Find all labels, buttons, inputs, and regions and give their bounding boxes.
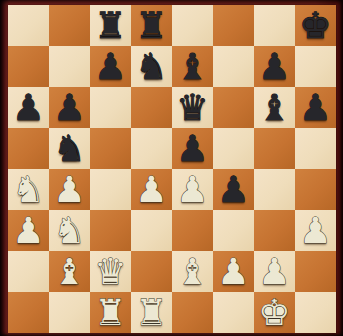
black-pawn-piece[interactable]: ♟ <box>8 87 49 128</box>
square-h8[interactable]: ♚ <box>295 5 336 46</box>
square-a8[interactable] <box>8 5 49 46</box>
black-pawn-piece[interactable]: ♟ <box>172 128 213 169</box>
square-d4[interactable]: ♟ <box>131 169 172 210</box>
square-d1[interactable]: ♜ <box>131 292 172 333</box>
square-f8[interactable] <box>213 5 254 46</box>
black-pawn-piece[interactable]: ♟ <box>254 46 295 87</box>
square-d6[interactable] <box>131 87 172 128</box>
square-a2[interactable] <box>8 251 49 292</box>
white-knight-piece[interactable]: ♞ <box>49 210 90 251</box>
square-a4[interactable]: ♞ <box>8 169 49 210</box>
white-rook-piece[interactable]: ♜ <box>90 292 131 333</box>
square-f5[interactable] <box>213 128 254 169</box>
square-b1[interactable] <box>49 292 90 333</box>
chess-board: ♜♜♚♟♞♝♟♟♟♛♝♟♞♟♞♟♟♟♟♟♞♟♝♛♝♟♟♜♜♚ <box>8 5 336 333</box>
white-knight-piece[interactable]: ♞ <box>8 169 49 210</box>
square-h5[interactable] <box>295 128 336 169</box>
square-f4[interactable]: ♟ <box>213 169 254 210</box>
square-g4[interactable] <box>254 169 295 210</box>
square-d8[interactable]: ♜ <box>131 5 172 46</box>
square-g7[interactable]: ♟ <box>254 46 295 87</box>
square-e8[interactable] <box>172 5 213 46</box>
square-h6[interactable]: ♟ <box>295 87 336 128</box>
square-b8[interactable] <box>49 5 90 46</box>
black-pawn-piece[interactable]: ♟ <box>90 46 131 87</box>
white-pawn-piece[interactable]: ♟ <box>295 210 336 251</box>
white-bishop-piece[interactable]: ♝ <box>49 251 90 292</box>
square-f1[interactable] <box>213 292 254 333</box>
white-king-piece[interactable]: ♚ <box>254 292 295 333</box>
square-f6[interactable] <box>213 87 254 128</box>
white-queen-piece[interactable]: ♛ <box>90 251 131 292</box>
white-pawn-piece[interactable]: ♟ <box>254 251 295 292</box>
black-king-piece[interactable]: ♚ <box>295 5 336 46</box>
board-frame: ♜♜♚♟♞♝♟♟♟♛♝♟♞♟♞♟♟♟♟♟♞♟♝♛♝♟♟♜♜♚ <box>0 0 343 336</box>
square-a5[interactable] <box>8 128 49 169</box>
black-bishop-piece[interactable]: ♝ <box>254 87 295 128</box>
square-c1[interactable]: ♜ <box>90 292 131 333</box>
black-pawn-piece[interactable]: ♟ <box>213 169 254 210</box>
black-queen-piece[interactable]: ♛ <box>172 87 213 128</box>
square-a7[interactable] <box>8 46 49 87</box>
square-e1[interactable] <box>172 292 213 333</box>
square-g6[interactable]: ♝ <box>254 87 295 128</box>
square-e3[interactable] <box>172 210 213 251</box>
white-pawn-piece[interactable]: ♟ <box>213 251 254 292</box>
black-knight-piece[interactable]: ♞ <box>131 46 172 87</box>
black-rook-piece[interactable]: ♜ <box>90 5 131 46</box>
black-pawn-piece[interactable]: ♟ <box>49 87 90 128</box>
black-rook-piece[interactable]: ♜ <box>131 5 172 46</box>
square-c3[interactable] <box>90 210 131 251</box>
white-pawn-piece[interactable]: ♟ <box>49 169 90 210</box>
square-d5[interactable] <box>131 128 172 169</box>
black-pawn-piece[interactable]: ♟ <box>295 87 336 128</box>
square-a1[interactable] <box>8 292 49 333</box>
square-g8[interactable] <box>254 5 295 46</box>
square-e7[interactable]: ♝ <box>172 46 213 87</box>
square-c6[interactable] <box>90 87 131 128</box>
square-a3[interactable]: ♟ <box>8 210 49 251</box>
square-d2[interactable] <box>131 251 172 292</box>
square-h3[interactable]: ♟ <box>295 210 336 251</box>
square-c5[interactable] <box>90 128 131 169</box>
white-rook-piece[interactable]: ♜ <box>131 292 172 333</box>
black-knight-piece[interactable]: ♞ <box>49 128 90 169</box>
square-h7[interactable] <box>295 46 336 87</box>
square-e5[interactable]: ♟ <box>172 128 213 169</box>
square-c7[interactable]: ♟ <box>90 46 131 87</box>
white-pawn-piece[interactable]: ♟ <box>172 169 213 210</box>
square-c4[interactable] <box>90 169 131 210</box>
square-e2[interactable]: ♝ <box>172 251 213 292</box>
square-h4[interactable] <box>295 169 336 210</box>
square-b7[interactable] <box>49 46 90 87</box>
square-e6[interactable]: ♛ <box>172 87 213 128</box>
square-b5[interactable]: ♞ <box>49 128 90 169</box>
black-bishop-piece[interactable]: ♝ <box>172 46 213 87</box>
square-b2[interactable]: ♝ <box>49 251 90 292</box>
square-c2[interactable]: ♛ <box>90 251 131 292</box>
square-b3[interactable]: ♞ <box>49 210 90 251</box>
square-g5[interactable] <box>254 128 295 169</box>
square-a6[interactable]: ♟ <box>8 87 49 128</box>
square-c8[interactable]: ♜ <box>90 5 131 46</box>
white-bishop-piece[interactable]: ♝ <box>172 251 213 292</box>
square-b6[interactable]: ♟ <box>49 87 90 128</box>
white-pawn-piece[interactable]: ♟ <box>8 210 49 251</box>
square-g3[interactable] <box>254 210 295 251</box>
square-g2[interactable]: ♟ <box>254 251 295 292</box>
square-f2[interactable]: ♟ <box>213 251 254 292</box>
square-e4[interactable]: ♟ <box>172 169 213 210</box>
square-b4[interactable]: ♟ <box>49 169 90 210</box>
square-g1[interactable]: ♚ <box>254 292 295 333</box>
square-h2[interactable] <box>295 251 336 292</box>
white-pawn-piece[interactable]: ♟ <box>131 169 172 210</box>
square-h1[interactable] <box>295 292 336 333</box>
square-f3[interactable] <box>213 210 254 251</box>
square-d3[interactable] <box>131 210 172 251</box>
square-f7[interactable] <box>213 46 254 87</box>
square-d7[interactable]: ♞ <box>131 46 172 87</box>
